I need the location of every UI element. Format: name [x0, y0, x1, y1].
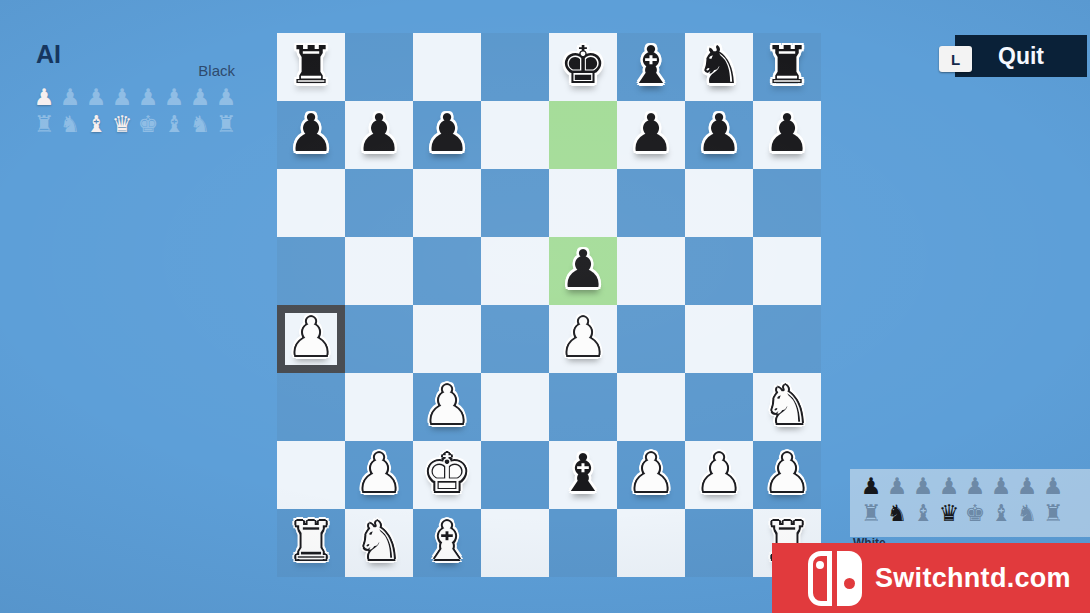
black-queen-icon: ♛	[936, 500, 962, 527]
black-king: ♚	[560, 39, 607, 91]
square-f8[interactable]: ♝	[617, 33, 685, 101]
white-knight: ♞	[356, 515, 403, 567]
black-pawn-icon: ♟	[910, 473, 936, 500]
black-pawn: ♟	[696, 107, 743, 159]
white-pawn-icon: ♟	[161, 84, 187, 111]
square-g7[interactable]: ♟	[685, 101, 753, 169]
white-king-icon: ♚	[135, 111, 161, 138]
black-pawn-icon: ♟	[1040, 473, 1066, 500]
black-rook: ♜	[288, 39, 335, 91]
white-pawn-icon: ♟	[57, 84, 83, 111]
square-d1[interactable]	[481, 509, 549, 577]
player-side-label-black: Black	[150, 62, 235, 79]
black-bishop: ♝	[628, 39, 675, 91]
square-h3[interactable]: ♞	[753, 373, 821, 441]
white-pawn: ♟	[696, 447, 743, 499]
l-shoulder-button-badge: L	[939, 46, 972, 72]
square-b6[interactable]	[345, 169, 413, 237]
quit-button[interactable]: L Quit	[955, 35, 1087, 77]
square-e5[interactable]: ♟	[549, 237, 617, 305]
square-b7[interactable]: ♟	[345, 101, 413, 169]
captured-pieces-tray-top: ♟♟♟♟♟♟♟♟♜♞♝♛♚♝♞♜	[31, 84, 239, 138]
square-h2[interactable]: ♟	[753, 441, 821, 509]
player-name-black: AI	[36, 40, 61, 69]
square-b1[interactable]: ♞	[345, 509, 413, 577]
white-pawn-icon: ♟	[83, 84, 109, 111]
watermark-banner: Switchntd.com	[772, 543, 1090, 613]
white-bishop-icon: ♝	[83, 111, 109, 138]
white-pawn-icon: ♟	[31, 84, 57, 111]
square-c2[interactable]: ♚	[413, 441, 481, 509]
square-f4[interactable]	[617, 305, 685, 373]
white-queen-icon: ♛	[109, 111, 135, 138]
white-pawn: ♟	[288, 311, 335, 363]
square-h7[interactable]: ♟	[753, 101, 821, 169]
square-d2[interactable]	[481, 441, 549, 509]
black-pawn: ♟	[288, 107, 335, 159]
black-pawn-icon: ♟	[962, 473, 988, 500]
square-d6[interactable]	[481, 169, 549, 237]
square-g2[interactable]: ♟	[685, 441, 753, 509]
square-b5[interactable]	[345, 237, 413, 305]
square-b4[interactable]	[345, 305, 413, 373]
black-pawn: ♟	[628, 107, 675, 159]
square-c6[interactable]	[413, 169, 481, 237]
white-pawn-icon: ♟	[109, 84, 135, 111]
square-a2[interactable]	[277, 441, 345, 509]
black-pawn-icon: ♟	[936, 473, 962, 500]
square-e6[interactable]	[549, 169, 617, 237]
white-pawn-icon: ♟	[135, 84, 161, 111]
black-pawn-icon: ♟	[1014, 473, 1040, 500]
square-a5[interactable]	[277, 237, 345, 305]
black-pawn: ♟	[764, 107, 811, 159]
square-f5[interactable]	[617, 237, 685, 305]
tray-row: ♟♟♟♟♟♟♟♟	[858, 473, 1066, 500]
quit-button-label: Quit	[998, 43, 1044, 70]
square-c5[interactable]	[413, 237, 481, 305]
white-bishop: ♝	[424, 515, 471, 567]
square-f2[interactable]: ♟	[617, 441, 685, 509]
square-c3[interactable]: ♟	[413, 373, 481, 441]
black-bishop-icon: ♝	[988, 500, 1014, 527]
black-pawn-icon: ♟	[858, 473, 884, 500]
white-pawn-icon: ♟	[213, 84, 239, 111]
square-e8[interactable]: ♚	[549, 33, 617, 101]
black-pawn: ♟	[424, 107, 471, 159]
black-king-icon: ♚	[962, 500, 988, 527]
tray-row: ♟♟♟♟♟♟♟♟	[31, 84, 239, 111]
square-c1[interactable]: ♝	[413, 509, 481, 577]
square-h4[interactable]	[753, 305, 821, 373]
black-knight: ♞	[696, 39, 743, 91]
square-h5[interactable]	[753, 237, 821, 305]
square-a1[interactable]: ♜	[277, 509, 345, 577]
square-a8[interactable]: ♜	[277, 33, 345, 101]
square-g1[interactable]	[685, 509, 753, 577]
black-knight-icon: ♞	[1014, 500, 1040, 527]
square-e1[interactable]	[549, 509, 617, 577]
square-h6[interactable]	[753, 169, 821, 237]
white-bishop-icon: ♝	[161, 111, 187, 138]
square-e3[interactable]	[549, 373, 617, 441]
square-a3[interactable]	[277, 373, 345, 441]
square-b2[interactable]: ♟	[345, 441, 413, 509]
square-d4[interactable]	[481, 305, 549, 373]
nintendo-switch-logo-icon	[808, 551, 862, 606]
black-rook-icon: ♜	[1040, 500, 1066, 527]
white-rook-icon: ♜	[31, 111, 57, 138]
black-pawn: ♟	[356, 107, 403, 159]
player-panel-white: ♟♟♟♟♟♟♟♟♜♞♝♛♚♝♞♜	[850, 469, 1090, 537]
square-g5[interactable]	[685, 237, 753, 305]
white-pawn: ♟	[628, 447, 675, 499]
tray-row: ♜♞♝♛♚♝♞♜	[31, 111, 239, 138]
chess-board: ♜♚♝♞♜♟♟♟♟♟♟♟♟♟♟♞♟♚♝♟♟♟♜♞♝♜	[277, 33, 821, 577]
square-a6[interactable]	[277, 169, 345, 237]
square-e7[interactable]	[549, 101, 617, 169]
square-e2[interactable]: ♝	[549, 441, 617, 509]
black-pawn-icon: ♟	[884, 473, 910, 500]
white-pawn: ♟	[424, 379, 471, 431]
square-d5[interactable]	[481, 237, 549, 305]
black-rook: ♜	[764, 39, 811, 91]
square-b3[interactable]	[345, 373, 413, 441]
joycon-left-icon	[808, 551, 832, 606]
square-c4[interactable]	[413, 305, 481, 373]
square-g6[interactable]	[685, 169, 753, 237]
black-pawn: ♟	[560, 243, 607, 295]
square-h8[interactable]: ♜	[753, 33, 821, 101]
white-rook: ♜	[288, 515, 335, 567]
square-c7[interactable]: ♟	[413, 101, 481, 169]
square-g8[interactable]: ♞	[685, 33, 753, 101]
tray-row: ♜♞♝♛♚♝♞♜	[858, 500, 1066, 527]
white-pawn: ♟	[764, 447, 811, 499]
square-d8[interactable]	[481, 33, 549, 101]
white-pawn: ♟	[356, 447, 403, 499]
joycon-right-icon	[837, 551, 862, 606]
captured-pieces-tray-bottom: ♟♟♟♟♟♟♟♟♜♞♝♛♚♝♞♜	[858, 473, 1066, 527]
white-knight-icon: ♞	[57, 111, 83, 138]
white-pawn-icon: ♟	[187, 84, 213, 111]
square-e4[interactable]: ♟	[549, 305, 617, 373]
square-a7[interactable]: ♟	[277, 101, 345, 169]
black-rook-icon: ♜	[858, 500, 884, 527]
square-d3[interactable]	[481, 373, 549, 441]
square-a4[interactable]: ♟	[277, 305, 345, 373]
square-b8[interactable]	[345, 33, 413, 101]
square-f6[interactable]	[617, 169, 685, 237]
white-pawn: ♟	[560, 311, 607, 363]
square-g4[interactable]	[685, 305, 753, 373]
black-pawn-icon: ♟	[988, 473, 1014, 500]
white-knight: ♞	[764, 379, 811, 431]
square-c8[interactable]	[413, 33, 481, 101]
square-g3[interactable]	[685, 373, 753, 441]
black-bishop-icon: ♝	[910, 500, 936, 527]
white-knight-icon: ♞	[187, 111, 213, 138]
black-knight-icon: ♞	[884, 500, 910, 527]
watermark-text: Switchntd.com	[875, 563, 1071, 594]
square-f7[interactable]: ♟	[617, 101, 685, 169]
square-f3[interactable]	[617, 373, 685, 441]
chess-game-screen: ♜♚♝♞♜♟♟♟♟♟♟♟♟♟♟♞♟♚♝♟♟♟♜♞♝♜ AI Black ♟♟♟♟…	[0, 0, 1090, 613]
white-king: ♚	[424, 447, 471, 499]
white-rook-icon: ♜	[213, 111, 239, 138]
square-d7[interactable]	[481, 101, 549, 169]
black-bishop: ♝	[560, 447, 607, 499]
square-f1[interactable]	[617, 509, 685, 577]
